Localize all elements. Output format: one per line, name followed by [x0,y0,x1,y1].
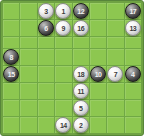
cell-r2c3[interactable]: 6 [38,20,54,36]
cell-r6c5[interactable]: 11 [73,83,89,99]
white-numbered-ball: 7 [107,66,123,82]
black-numbered-ball: 15 [3,66,19,82]
cell-r7c4[interactable] [55,100,71,116]
cell-r5c4[interactable] [55,66,71,82]
cell-r4c1[interactable]: 8 [3,49,19,65]
cell-r7c7[interactable] [107,100,123,116]
cell-r6c8[interactable] [125,83,141,99]
cell-r8c1[interactable] [3,117,19,133]
game-board: 311217691613815181074115142 [3,3,141,133]
white-numbered-ball: 13 [125,20,141,36]
cell-r2c7[interactable] [107,20,123,36]
cell-r1c3[interactable]: 3 [38,3,54,19]
cell-r6c7[interactable] [107,83,123,99]
cell-r6c2[interactable] [20,83,36,99]
cell-r5c7[interactable]: 7 [107,66,123,82]
cell-r3c4[interactable] [55,37,71,48]
cell-r7c5[interactable]: 5 [73,100,89,116]
cell-r2c6[interactable] [90,20,106,36]
cell-r3c8[interactable] [125,37,141,48]
black-numbered-ball: 17 [125,3,141,19]
cell-r3c1[interactable] [3,37,19,48]
cell-r1c1[interactable] [3,3,19,19]
cell-r5c2[interactable] [20,66,36,82]
cell-r5c1[interactable]: 15 [3,66,19,82]
cell-r2c5[interactable]: 16 [73,20,89,36]
cell-r4c7[interactable] [107,49,123,65]
cell-r5c8[interactable]: 4 [125,66,141,82]
cell-r2c8[interactable]: 13 [125,20,141,36]
cell-r8c3[interactable] [38,117,54,133]
cell-r1c2[interactable] [20,3,36,19]
cell-r7c1[interactable] [3,100,19,116]
white-numbered-ball: 9 [55,20,71,36]
cell-r7c8[interactable] [125,100,141,116]
cell-r6c6[interactable] [90,83,106,99]
cell-r6c1[interactable] [3,83,19,99]
cell-r4c2[interactable] [20,49,36,65]
cell-r5c3[interactable] [38,66,54,82]
cell-r6c3[interactable] [38,83,54,99]
cell-r8c6[interactable] [90,117,106,133]
white-numbered-ball: 16 [73,20,89,36]
black-numbered-ball: 4 [125,66,141,82]
cell-r3c6[interactable] [90,37,106,48]
black-numbered-ball: 6 [38,20,54,36]
cell-r3c7[interactable] [107,37,123,48]
white-numbered-ball: 1 [55,3,71,19]
cell-r1c5[interactable]: 12 [73,3,89,19]
cell-r4c3[interactable] [38,49,54,65]
white-numbered-ball: 11 [73,83,89,99]
cell-r4c4[interactable] [55,49,71,65]
white-numbered-ball: 5 [73,100,89,116]
black-numbered-ball: 8 [3,49,19,65]
white-numbered-ball: 18 [73,66,89,82]
cell-r5c6[interactable]: 10 [90,66,106,82]
cell-r1c4[interactable]: 1 [55,3,71,19]
cell-r7c6[interactable] [90,100,106,116]
cell-r7c3[interactable] [38,100,54,116]
cell-r4c8[interactable] [125,49,141,65]
cell-r8c7[interactable] [107,117,123,133]
cell-r2c2[interactable] [20,20,36,36]
cell-r6c4[interactable] [55,83,71,99]
cell-r5c5[interactable]: 18 [73,66,89,82]
cell-r1c6[interactable] [90,3,106,19]
cell-r8c2[interactable] [20,117,36,133]
cell-r4c5[interactable] [73,49,89,65]
white-numbered-ball: 3 [38,3,54,19]
cell-r1c8[interactable]: 17 [125,3,141,19]
cell-r3c5[interactable] [73,37,89,48]
white-numbered-ball: 2 [73,117,89,133]
black-numbered-ball: 10 [90,66,106,82]
cell-r8c8[interactable] [125,117,141,133]
black-numbered-ball: 12 [73,3,89,19]
cell-r3c3[interactable] [38,37,54,48]
cell-r8c5[interactable]: 2 [73,117,89,133]
cell-r7c2[interactable] [20,100,36,116]
cell-r3c2[interactable] [20,37,36,48]
board-frame: 311217691613815181074115142 [0,0,144,136]
cell-r2c4[interactable]: 9 [55,20,71,36]
cell-r1c7[interactable] [107,3,123,19]
cell-r2c1[interactable] [3,20,19,36]
cell-r4c6[interactable] [90,49,106,65]
white-numbered-ball: 14 [55,117,71,133]
cell-r8c4[interactable]: 14 [55,117,71,133]
